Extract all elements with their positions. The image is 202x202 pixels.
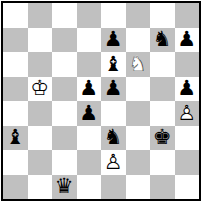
- square-d8[interactable]: [77, 3, 102, 28]
- square-c4[interactable]: [52, 101, 77, 126]
- square-f7[interactable]: [126, 28, 151, 53]
- square-g4[interactable]: [150, 101, 175, 126]
- chess-board: ♟♞♟♝♞♘♚♔♟♟♟♟♟♙♝♞♚♟♙♛: [1, 1, 201, 201]
- square-d7[interactable]: [77, 28, 102, 53]
- black-queen: ♛: [52, 175, 77, 200]
- black-pawn: ♟: [101, 28, 126, 53]
- square-c8[interactable]: [52, 3, 77, 28]
- square-f1[interactable]: [126, 175, 151, 200]
- square-e2[interactable]: ♟♙: [101, 150, 126, 175]
- square-c2[interactable]: [52, 150, 77, 175]
- square-b8[interactable]: [28, 3, 53, 28]
- square-f4[interactable]: [126, 101, 151, 126]
- black-king: ♚: [150, 126, 175, 151]
- black-bishop: ♝: [101, 52, 126, 77]
- square-d3[interactable]: [77, 126, 102, 151]
- square-h2[interactable]: [175, 150, 200, 175]
- black-pawn: ♟: [101, 77, 126, 102]
- square-c7[interactable]: [52, 28, 77, 53]
- square-g8[interactable]: [150, 3, 175, 28]
- square-h4[interactable]: ♟♙: [175, 101, 200, 126]
- square-b1[interactable]: [28, 175, 53, 200]
- square-e6[interactable]: ♝: [101, 52, 126, 77]
- chess-diagram: ♟♞♟♝♞♘♚♔♟♟♟♟♟♙♝♞♚♟♙♛: [0, 0, 202, 202]
- square-d1[interactable]: [77, 175, 102, 200]
- square-c3[interactable]: [52, 126, 77, 151]
- square-f8[interactable]: [126, 3, 151, 28]
- square-a7[interactable]: [3, 28, 28, 53]
- square-h8[interactable]: [175, 3, 200, 28]
- square-g2[interactable]: [150, 150, 175, 175]
- square-d4[interactable]: ♟: [77, 101, 102, 126]
- square-c1[interactable]: ♛: [52, 175, 77, 200]
- square-e3[interactable]: ♞: [101, 126, 126, 151]
- square-e5[interactable]: ♟: [101, 77, 126, 102]
- square-b5[interactable]: ♚♔: [28, 77, 53, 102]
- white-pawn: ♟♙: [175, 101, 200, 126]
- square-h6[interactable]: [175, 52, 200, 77]
- square-f5[interactable]: [126, 77, 151, 102]
- white-pawn: ♟♙: [101, 150, 126, 175]
- square-g3[interactable]: ♚: [150, 126, 175, 151]
- square-a5[interactable]: [3, 77, 28, 102]
- square-c5[interactable]: [52, 77, 77, 102]
- square-d2[interactable]: [77, 150, 102, 175]
- black-bishop: ♝: [3, 126, 28, 151]
- square-g6[interactable]: [150, 52, 175, 77]
- square-a1[interactable]: [3, 175, 28, 200]
- square-d5[interactable]: ♟: [77, 77, 102, 102]
- square-g5[interactable]: [150, 77, 175, 102]
- square-e1[interactable]: [101, 175, 126, 200]
- square-b3[interactable]: [28, 126, 53, 151]
- square-h5[interactable]: ♟: [175, 77, 200, 102]
- square-b4[interactable]: [28, 101, 53, 126]
- square-b7[interactable]: [28, 28, 53, 53]
- black-pawn: ♟: [175, 28, 200, 53]
- square-f3[interactable]: [126, 126, 151, 151]
- square-f2[interactable]: [126, 150, 151, 175]
- square-e7[interactable]: ♟: [101, 28, 126, 53]
- square-g7[interactable]: ♞: [150, 28, 175, 53]
- square-a4[interactable]: [3, 101, 28, 126]
- square-h1[interactable]: [175, 175, 200, 200]
- square-h3[interactable]: [175, 126, 200, 151]
- black-pawn: ♟: [77, 101, 102, 126]
- square-d6[interactable]: [77, 52, 102, 77]
- white-knight: ♞♘: [126, 52, 151, 77]
- black-knight: ♞: [150, 28, 175, 53]
- square-b2[interactable]: [28, 150, 53, 175]
- square-a3[interactable]: ♝: [3, 126, 28, 151]
- square-e4[interactable]: [101, 101, 126, 126]
- white-king: ♚♔: [28, 77, 53, 102]
- square-a8[interactable]: [3, 3, 28, 28]
- square-c6[interactable]: [52, 52, 77, 77]
- square-g1[interactable]: [150, 175, 175, 200]
- square-f6[interactable]: ♞♘: [126, 52, 151, 77]
- square-a2[interactable]: [3, 150, 28, 175]
- square-h7[interactable]: ♟: [175, 28, 200, 53]
- square-b6[interactable]: [28, 52, 53, 77]
- square-a6[interactable]: [3, 52, 28, 77]
- square-e8[interactable]: [101, 3, 126, 28]
- black-pawn: ♟: [175, 77, 200, 102]
- black-knight: ♞: [101, 126, 126, 151]
- black-pawn: ♟: [77, 77, 102, 102]
